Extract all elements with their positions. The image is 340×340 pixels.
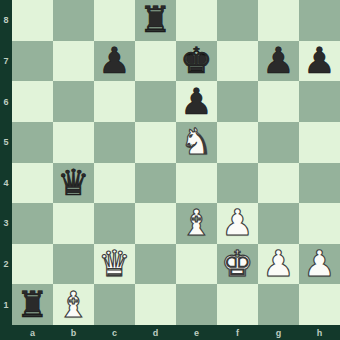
square-c4[interactable] bbox=[94, 163, 135, 204]
rank-label-8: 8 bbox=[0, 0, 12, 41]
white-pawn[interactable]: ♟ bbox=[262, 244, 294, 284]
square-a7[interactable] bbox=[12, 41, 53, 82]
square-g1[interactable] bbox=[258, 284, 299, 325]
file-label-b: b bbox=[53, 325, 94, 340]
square-c5[interactable] bbox=[94, 122, 135, 163]
square-e2[interactable] bbox=[176, 244, 217, 285]
square-h3[interactable] bbox=[299, 203, 340, 244]
black-pawn[interactable]: ♟ bbox=[98, 41, 130, 81]
square-f6[interactable] bbox=[217, 81, 258, 122]
white-king[interactable]: ♚ bbox=[221, 244, 253, 284]
square-a5[interactable] bbox=[12, 122, 53, 163]
square-g3[interactable] bbox=[258, 203, 299, 244]
square-e8[interactable] bbox=[176, 0, 217, 41]
square-h4[interactable] bbox=[299, 163, 340, 204]
square-f2[interactable]: ♚ bbox=[217, 244, 258, 285]
rank-label-5: 5 bbox=[0, 122, 12, 163]
black-rook[interactable]: ♜ bbox=[16, 285, 48, 325]
black-pawn[interactable]: ♟ bbox=[262, 41, 294, 81]
black-pawn[interactable]: ♟ bbox=[180, 82, 212, 122]
file-label-d: d bbox=[135, 325, 176, 340]
square-c1[interactable] bbox=[94, 284, 135, 325]
square-h7[interactable]: ♟ bbox=[299, 41, 340, 82]
square-e6[interactable]: ♟ bbox=[176, 81, 217, 122]
square-d3[interactable] bbox=[135, 203, 176, 244]
rank-label-2: 2 bbox=[0, 244, 12, 285]
white-knight[interactable]: ♞ bbox=[180, 122, 212, 162]
square-f8[interactable] bbox=[217, 0, 258, 41]
square-e3[interactable]: ♝ bbox=[176, 203, 217, 244]
square-c3[interactable] bbox=[94, 203, 135, 244]
square-b6[interactable] bbox=[53, 81, 94, 122]
square-d2[interactable] bbox=[135, 244, 176, 285]
square-g7[interactable]: ♟ bbox=[258, 41, 299, 82]
square-e4[interactable] bbox=[176, 163, 217, 204]
square-e7[interactable]: ♚ bbox=[176, 41, 217, 82]
rank-label-3: 3 bbox=[0, 203, 12, 244]
square-c8[interactable] bbox=[94, 0, 135, 41]
square-g5[interactable] bbox=[258, 122, 299, 163]
square-d7[interactable] bbox=[135, 41, 176, 82]
square-c7[interactable]: ♟ bbox=[94, 41, 135, 82]
square-b1[interactable]: ♝ bbox=[53, 284, 94, 325]
white-bishop[interactable]: ♝ bbox=[57, 285, 89, 325]
square-c6[interactable] bbox=[94, 81, 135, 122]
square-f3[interactable]: ♟ bbox=[217, 203, 258, 244]
square-g6[interactable] bbox=[258, 81, 299, 122]
square-a2[interactable] bbox=[12, 244, 53, 285]
square-a4[interactable] bbox=[12, 163, 53, 204]
square-b5[interactable] bbox=[53, 122, 94, 163]
square-h5[interactable] bbox=[299, 122, 340, 163]
white-pawn[interactable]: ♟ bbox=[221, 203, 253, 243]
square-d5[interactable] bbox=[135, 122, 176, 163]
black-queen[interactable]: ♛ bbox=[57, 163, 89, 203]
file-label-c: c bbox=[94, 325, 135, 340]
square-f5[interactable] bbox=[217, 122, 258, 163]
square-e1[interactable] bbox=[176, 284, 217, 325]
rank-label-4: 4 bbox=[0, 163, 12, 204]
square-f4[interactable] bbox=[217, 163, 258, 204]
rank-label-6: 6 bbox=[0, 81, 12, 122]
square-b8[interactable] bbox=[53, 0, 94, 41]
square-h2[interactable]: ♟ bbox=[299, 244, 340, 285]
square-b7[interactable] bbox=[53, 41, 94, 82]
chess-board: 8♜7♟♚♟♟6♟5♞4♛3♝♟2♛♚♟♟1♜♝abcdefgh bbox=[0, 0, 340, 340]
square-a8[interactable] bbox=[12, 0, 53, 41]
square-f7[interactable] bbox=[217, 41, 258, 82]
square-h8[interactable] bbox=[299, 0, 340, 41]
file-label-e: e bbox=[176, 325, 217, 340]
square-a3[interactable] bbox=[12, 203, 53, 244]
black-king[interactable]: ♚ bbox=[180, 41, 212, 81]
file-label-h: h bbox=[299, 325, 340, 340]
white-queen[interactable]: ♛ bbox=[98, 244, 130, 284]
white-bishop[interactable]: ♝ bbox=[180, 203, 212, 243]
square-a6[interactable] bbox=[12, 81, 53, 122]
square-d4[interactable] bbox=[135, 163, 176, 204]
square-g4[interactable] bbox=[258, 163, 299, 204]
rank-label-1: 1 bbox=[0, 284, 12, 325]
file-label-a: a bbox=[12, 325, 53, 340]
square-b4[interactable]: ♛ bbox=[53, 163, 94, 204]
white-pawn[interactable]: ♟ bbox=[303, 244, 335, 284]
square-d8[interactable]: ♜ bbox=[135, 0, 176, 41]
square-d6[interactable] bbox=[135, 81, 176, 122]
file-label-g: g bbox=[258, 325, 299, 340]
square-g8[interactable] bbox=[258, 0, 299, 41]
square-a1[interactable]: ♜ bbox=[12, 284, 53, 325]
board-frame-corner bbox=[0, 325, 12, 340]
square-h1[interactable] bbox=[299, 284, 340, 325]
square-h6[interactable] bbox=[299, 81, 340, 122]
square-b2[interactable] bbox=[53, 244, 94, 285]
square-b3[interactable] bbox=[53, 203, 94, 244]
square-f1[interactable] bbox=[217, 284, 258, 325]
black-rook[interactable]: ♜ bbox=[139, 0, 171, 40]
square-d1[interactable] bbox=[135, 284, 176, 325]
file-label-f: f bbox=[217, 325, 258, 340]
rank-label-7: 7 bbox=[0, 41, 12, 82]
square-e5[interactable]: ♞ bbox=[176, 122, 217, 163]
square-g2[interactable]: ♟ bbox=[258, 244, 299, 285]
black-pawn[interactable]: ♟ bbox=[303, 41, 335, 81]
square-c2[interactable]: ♛ bbox=[94, 244, 135, 285]
